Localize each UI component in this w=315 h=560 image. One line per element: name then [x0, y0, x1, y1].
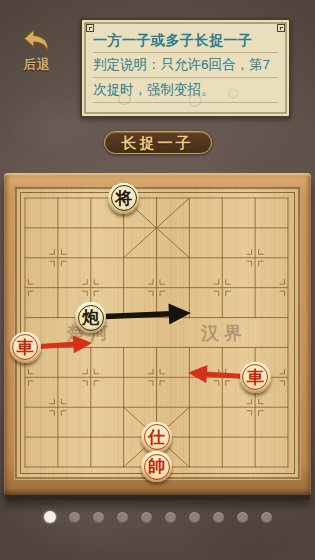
rule-line-1: 判定说明：只允许6回合，第7 — [93, 53, 278, 78]
panel-corner-ornament-right — [277, 24, 285, 32]
page-dot-6[interactable] — [165, 512, 176, 523]
back-button-label: 后退 — [16, 56, 58, 74]
piece-glyph: 将 — [115, 189, 132, 206]
back-arrow-icon — [22, 28, 52, 55]
piece-red-仕[interactable]: 仕 — [141, 422, 172, 453]
app-screen: 后退 一方一子或多子长捉一子 判定说明：只允许6回合，第7 次捉时，强制变招。 … — [0, 0, 315, 560]
piece-glyph: 炮 — [82, 309, 99, 326]
page-dot-2[interactable] — [69, 512, 80, 523]
page-dot-3[interactable] — [93, 512, 104, 523]
stage-title-banner: 长捉一子 — [104, 131, 212, 154]
page-dot-8[interactable] — [213, 512, 224, 523]
rules-panel: 一方一子或多子长捉一子 判定说明：只允许6回合，第7 次捉时，强制变招。 — [80, 18, 291, 118]
piece-red-車[interactable]: 車 — [10, 332, 41, 363]
piece-glyph: 仕 — [148, 428, 165, 445]
rule-title: 一方一子或多子长捉一子 — [93, 28, 278, 53]
page-dot-4[interactable] — [117, 512, 128, 523]
pagination-dots — [0, 511, 315, 523]
piece-glyph: 帥 — [148, 458, 165, 475]
xiangqi-board[interactable]: 楚河汉界 将炮車車仕帥 — [4, 173, 311, 495]
river-label-right: 汉界 — [200, 323, 247, 343]
page-dot-5[interactable] — [141, 512, 152, 523]
panel-corner-ornament-left — [86, 24, 94, 32]
stage-title-label: 长捉一子 — [122, 134, 194, 151]
piece-glyph: 車 — [247, 368, 264, 385]
page-dot-1[interactable] — [44, 511, 56, 523]
piece-black-将[interactable]: 将 — [108, 183, 139, 214]
back-button[interactable]: 后退 — [16, 28, 58, 74]
piece-glyph: 車 — [17, 338, 34, 355]
page-dot-7[interactable] — [189, 512, 200, 523]
page-dot-10[interactable] — [261, 512, 272, 523]
rule-line-2: 次捉时，强制变招。 — [93, 78, 278, 103]
piece-red-車[interactable]: 車 — [240, 362, 271, 393]
page-dot-9[interactable] — [237, 512, 248, 523]
